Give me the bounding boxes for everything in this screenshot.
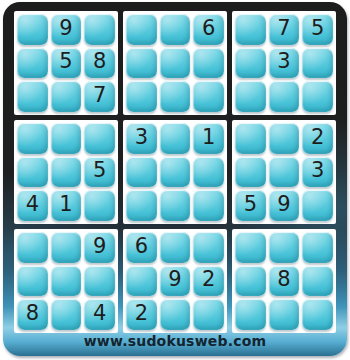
cell-r4c3[interactable]: [84, 123, 115, 154]
cell-r9c6[interactable]: [193, 299, 224, 330]
cell-r5c6[interactable]: [193, 157, 224, 188]
cell-r3c7[interactable]: [235, 81, 266, 112]
cell-digit: 5: [244, 194, 257, 215]
cell-r5c1[interactable]: [17, 157, 48, 188]
box-3-2: 6922: [123, 229, 227, 333]
cell-r5c3[interactable]: 5: [84, 157, 115, 188]
sudoku-grid: 9587675354131235998469228: [14, 11, 336, 333]
cell-r2c7[interactable]: [235, 48, 266, 79]
cell-r6c6[interactable]: [193, 190, 224, 221]
box-2-2: 31: [123, 120, 227, 224]
cell-r7c5[interactable]: [160, 232, 191, 263]
cell-r4c5[interactable]: [160, 123, 191, 154]
cell-r7c2[interactable]: [51, 232, 82, 263]
cell-r3c9[interactable]: [302, 81, 333, 112]
cell-r8c4[interactable]: [126, 266, 157, 297]
cell-digit: 5: [311, 18, 324, 39]
cell-r1c3[interactable]: [84, 14, 115, 45]
cell-r1c2[interactable]: 9: [51, 14, 82, 45]
cell-digit: 8: [93, 51, 106, 72]
cell-r6c4[interactable]: [126, 190, 157, 221]
cell-r3c3[interactable]: 7: [84, 81, 115, 112]
cell-digit: 8: [277, 269, 290, 290]
cell-r9c9[interactable]: [302, 299, 333, 330]
cell-digit: 3: [277, 51, 290, 72]
cell-r6c8[interactable]: 9: [269, 190, 300, 221]
cell-r1c7[interactable]: [235, 14, 266, 45]
cell-r8c8[interactable]: 8: [269, 266, 300, 297]
cell-r1c8[interactable]: 7: [269, 14, 300, 45]
cell-r2c4[interactable]: [126, 48, 157, 79]
cell-r3c6[interactable]: [193, 81, 224, 112]
cell-r7c9[interactable]: [302, 232, 333, 263]
cell-digit: 4: [26, 194, 39, 215]
cell-r2c6[interactable]: [193, 48, 224, 79]
cell-r4c4[interactable]: 3: [126, 123, 157, 154]
cell-r6c9[interactable]: [302, 190, 333, 221]
cell-digit: 9: [59, 18, 72, 39]
cell-r3c2[interactable]: [51, 81, 82, 112]
cell-r2c3[interactable]: 8: [84, 48, 115, 79]
cell-r5c4[interactable]: [126, 157, 157, 188]
cell-r8c7[interactable]: [235, 266, 266, 297]
cell-digit: 5: [59, 51, 72, 72]
cell-r6c5[interactable]: [160, 190, 191, 221]
cell-r2c5[interactable]: [160, 48, 191, 79]
cell-r9c8[interactable]: [269, 299, 300, 330]
cell-r6c2[interactable]: 1: [51, 190, 82, 221]
box-3-1: 984: [14, 229, 118, 333]
cell-digit: 7: [277, 18, 290, 39]
sudoku-board: 9587675354131235998469228 www.sudokusweb…: [3, 2, 347, 356]
cell-digit: 5: [93, 160, 106, 181]
box-1-3: 753: [232, 11, 336, 115]
cell-r8c2[interactable]: [51, 266, 82, 297]
cell-r8c9[interactable]: [302, 266, 333, 297]
cell-digit: 6: [202, 18, 215, 39]
box-1-2: 6: [123, 11, 227, 115]
cell-r8c1[interactable]: [17, 266, 48, 297]
cell-r7c6[interactable]: [193, 232, 224, 263]
cell-r7c4[interactable]: 6: [126, 232, 157, 263]
cell-r5c7[interactable]: [235, 157, 266, 188]
cell-r5c9[interactable]: 3: [302, 157, 333, 188]
box-1-1: 9587: [14, 11, 118, 115]
cell-r4c9[interactable]: 2: [302, 123, 333, 154]
cell-digit: 6: [135, 236, 148, 257]
cell-r4c7[interactable]: [235, 123, 266, 154]
cell-digit: 1: [202, 127, 215, 148]
cell-r4c6[interactable]: 1: [193, 123, 224, 154]
cell-digit: 3: [311, 160, 324, 181]
cell-r2c9[interactable]: [302, 48, 333, 79]
cell-r1c9[interactable]: 5: [302, 14, 333, 45]
cell-r7c3[interactable]: 9: [84, 232, 115, 263]
cell-digit: 8: [26, 303, 39, 324]
cell-digit: 3: [135, 127, 148, 148]
cell-r3c8[interactable]: [269, 81, 300, 112]
cell-r1c6[interactable]: 6: [193, 14, 224, 45]
cell-r5c2[interactable]: [51, 157, 82, 188]
cell-digit: 4: [93, 303, 106, 324]
cell-digit: 9: [277, 194, 290, 215]
cell-r6c3[interactable]: [84, 190, 115, 221]
cell-r3c4[interactable]: [126, 81, 157, 112]
cell-r2c1[interactable]: [17, 48, 48, 79]
cell-r8c3[interactable]: [84, 266, 115, 297]
cell-digit: 9: [93, 236, 106, 257]
cell-r1c5[interactable]: [160, 14, 191, 45]
cell-r9c7[interactable]: [235, 299, 266, 330]
site-url-link[interactable]: www.sudokusweb.com: [84, 333, 267, 349]
cell-r7c1[interactable]: [17, 232, 48, 263]
cell-r9c2[interactable]: [51, 299, 82, 330]
cell-r3c5[interactable]: [160, 81, 191, 112]
cell-r5c5[interactable]: [160, 157, 191, 188]
cell-r1c4[interactable]: [126, 14, 157, 45]
cell-r3c1[interactable]: [17, 81, 48, 112]
box-2-1: 541: [14, 120, 118, 224]
box-3-3: 8: [232, 229, 336, 333]
cell-r4c8[interactable]: [269, 123, 300, 154]
cell-r2c8[interactable]: 3: [269, 48, 300, 79]
cell-r5c8[interactable]: [269, 157, 300, 188]
cell-r9c4[interactable]: 2: [126, 299, 157, 330]
cell-r7c8[interactable]: [269, 232, 300, 263]
cell-digit: 7: [93, 85, 106, 106]
box-2-3: 2359: [232, 120, 336, 224]
cell-r1c1[interactable]: [17, 14, 48, 45]
cell-r8c6[interactable]: 2: [193, 266, 224, 297]
cell-digit: 2: [135, 303, 148, 324]
cell-digit: 1: [59, 194, 72, 215]
cell-r4c1[interactable]: [17, 123, 48, 154]
cell-digit: 2: [311, 127, 324, 148]
cell-r8c5[interactable]: 9: [160, 266, 191, 297]
footer-bar: www.sudokusweb.com: [3, 330, 347, 352]
cell-r6c1[interactable]: 4: [17, 190, 48, 221]
cell-digit: 9: [168, 269, 181, 290]
cell-r7c7[interactable]: [235, 232, 266, 263]
cell-r4c2[interactable]: [51, 123, 82, 154]
cell-r9c3[interactable]: 4: [84, 299, 115, 330]
cell-r2c2[interactable]: 5: [51, 48, 82, 79]
cell-r9c1[interactable]: 8: [17, 299, 48, 330]
cell-r9c5[interactable]: [160, 299, 191, 330]
cell-r6c7[interactable]: 5: [235, 190, 266, 221]
cell-digit: 2: [202, 269, 215, 290]
